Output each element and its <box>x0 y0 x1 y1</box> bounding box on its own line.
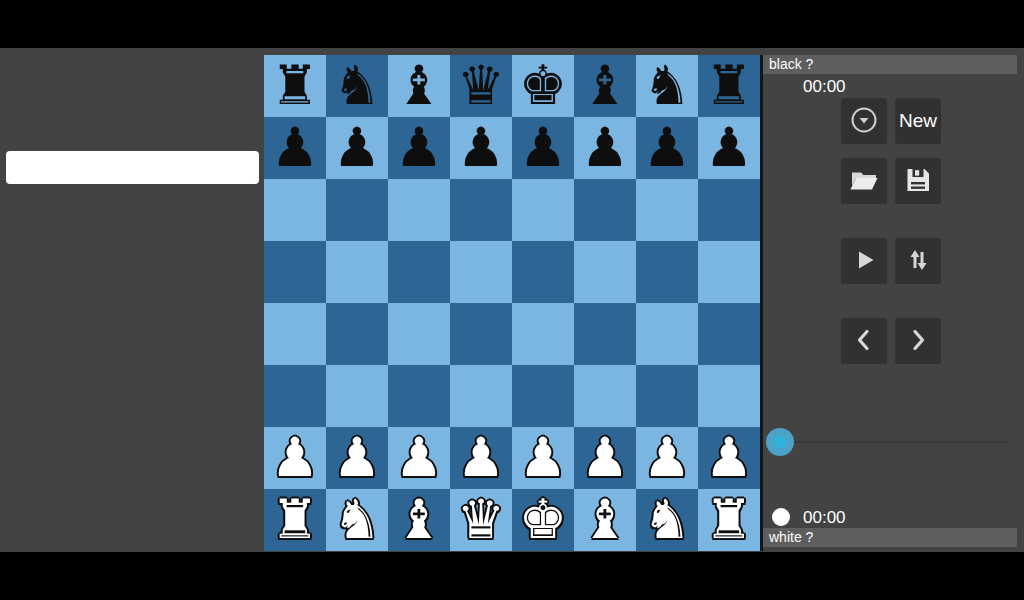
square-d1[interactable]: ♛ <box>450 489 512 551</box>
square-d2[interactable]: ♟ <box>450 427 512 489</box>
slider-thumb[interactable] <box>766 428 794 456</box>
move-list-box[interactable] <box>6 151 259 184</box>
square-c3[interactable] <box>388 365 450 427</box>
piece-black-queen: ♛ <box>457 59 505 113</box>
square-e5[interactable] <box>512 241 574 303</box>
square-b4[interactable] <box>326 303 388 365</box>
piece-black-knight: ♞ <box>333 59 381 113</box>
piece-black-pawn: ♟ <box>581 121 629 175</box>
square-h8[interactable]: ♜ <box>698 55 760 117</box>
square-h5[interactable] <box>698 241 760 303</box>
piece-white-bishop: ♝ <box>395 493 443 547</box>
piece-white-pawn: ♟ <box>581 431 629 485</box>
square-b1[interactable]: ♞ <box>326 489 388 551</box>
new-game-label: New <box>899 110 937 132</box>
square-c2[interactable]: ♟ <box>388 427 450 489</box>
move-slider-track[interactable] <box>781 441 1009 443</box>
square-g1[interactable]: ♞ <box>636 489 698 551</box>
square-a7[interactable]: ♟ <box>264 117 326 179</box>
square-g4[interactable] <box>636 303 698 365</box>
piece-black-pawn: ♟ <box>271 121 319 175</box>
piece-white-knight: ♞ <box>333 493 381 547</box>
circle-chevron-down-icon <box>848 104 880 139</box>
square-f1[interactable]: ♝ <box>574 489 636 551</box>
chevron-right-icon <box>902 324 934 359</box>
square-c8[interactable]: ♝ <box>388 55 450 117</box>
square-g7[interactable]: ♟ <box>636 117 698 179</box>
square-h6[interactable] <box>698 179 760 241</box>
square-h7[interactable]: ♟ <box>698 117 760 179</box>
piece-black-king: ♚ <box>519 59 567 113</box>
square-a1[interactable]: ♜ <box>264 489 326 551</box>
square-a3[interactable] <box>264 365 326 427</box>
piece-black-rook: ♜ <box>271 59 319 113</box>
floppy-disk-icon <box>902 164 934 199</box>
square-g5[interactable] <box>636 241 698 303</box>
white-turn-indicator <box>772 508 790 526</box>
square-f2[interactable]: ♟ <box>574 427 636 489</box>
piece-white-pawn: ♟ <box>271 431 319 485</box>
square-a4[interactable] <box>264 303 326 365</box>
square-d4[interactable] <box>450 303 512 365</box>
piece-black-rook: ♜ <box>705 59 753 113</box>
square-c6[interactable] <box>388 179 450 241</box>
square-b6[interactable] <box>326 179 388 241</box>
piece-black-bishop: ♝ <box>581 59 629 113</box>
forward-move-button[interactable] <box>895 318 941 364</box>
up-down-arrows-icon <box>902 244 934 279</box>
folder-open-icon <box>848 164 880 199</box>
piece-white-pawn: ♟ <box>519 431 567 485</box>
flip-board-button[interactable] <box>895 238 941 284</box>
engine-select-button[interactable] <box>841 98 887 144</box>
white-clock: 00:00 <box>803 508 846 528</box>
square-f5[interactable] <box>574 241 636 303</box>
piece-white-knight: ♞ <box>643 493 691 547</box>
square-d8[interactable]: ♛ <box>450 55 512 117</box>
square-h4[interactable] <box>698 303 760 365</box>
piece-white-pawn: ♟ <box>457 431 505 485</box>
square-g6[interactable] <box>636 179 698 241</box>
square-d6[interactable] <box>450 179 512 241</box>
android-nav-bar <box>0 552 1024 600</box>
square-d3[interactable] <box>450 365 512 427</box>
square-g2[interactable]: ♟ <box>636 427 698 489</box>
piece-white-rook: ♜ <box>271 493 319 547</box>
board-right-divider <box>760 55 763 551</box>
square-a2[interactable]: ♟ <box>264 427 326 489</box>
chess-board: ♜♞♝♛♚♝♞♜♟♟♟♟♟♟♟♟♟♟♟♟♟♟♟♟♜♞♝♛♚♝♞♜ <box>264 55 760 551</box>
square-d5[interactable] <box>450 241 512 303</box>
square-f8[interactable]: ♝ <box>574 55 636 117</box>
square-e1[interactable]: ♚ <box>512 489 574 551</box>
piece-white-pawn: ♟ <box>643 431 691 485</box>
piece-white-pawn: ♟ <box>333 431 381 485</box>
square-a5[interactable] <box>264 241 326 303</box>
square-g8[interactable]: ♞ <box>636 55 698 117</box>
square-c1[interactable]: ♝ <box>388 489 450 551</box>
square-h1[interactable]: ♜ <box>698 489 760 551</box>
square-a8[interactable]: ♜ <box>264 55 326 117</box>
piece-black-pawn: ♟ <box>643 121 691 175</box>
square-e3[interactable] <box>512 365 574 427</box>
piece-black-bishop: ♝ <box>395 59 443 113</box>
square-d7[interactable]: ♟ <box>450 117 512 179</box>
play-button[interactable] <box>841 238 887 284</box>
square-c5[interactable] <box>388 241 450 303</box>
square-e6[interactable] <box>512 179 574 241</box>
piece-black-knight: ♞ <box>643 59 691 113</box>
square-c4[interactable] <box>388 303 450 365</box>
piece-black-pawn: ♟ <box>705 121 753 175</box>
piece-black-pawn: ♟ <box>333 121 381 175</box>
new-game-button[interactable]: New <box>895 98 941 144</box>
square-f7[interactable]: ♟ <box>574 117 636 179</box>
black-clock: 00:00 <box>803 77 846 97</box>
save-file-button[interactable] <box>895 158 941 204</box>
square-b3[interactable] <box>326 365 388 427</box>
main-area: ♜♞♝♛♚♝♞♜♟♟♟♟♟♟♟♟♟♟♟♟♟♟♟♟♜♞♝♛♚♝♞♜ black ?… <box>0 48 1024 552</box>
square-e4[interactable] <box>512 303 574 365</box>
square-f4[interactable] <box>574 303 636 365</box>
piece-white-pawn: ♟ <box>705 431 753 485</box>
square-a6[interactable] <box>264 179 326 241</box>
square-f6[interactable] <box>574 179 636 241</box>
play-icon <box>848 244 880 279</box>
piece-white-pawn: ♟ <box>395 431 443 485</box>
chevron-left-icon <box>848 324 880 359</box>
piece-black-pawn: ♟ <box>519 121 567 175</box>
black-player-bar: black ? <box>763 55 1017 74</box>
square-f3[interactable] <box>574 365 636 427</box>
piece-black-pawn: ♟ <box>457 121 505 175</box>
piece-white-bishop: ♝ <box>581 493 629 547</box>
square-e7[interactable]: ♟ <box>512 117 574 179</box>
white-player-bar: white ? <box>763 528 1017 547</box>
piece-white-king: ♚ <box>519 493 567 547</box>
square-b8[interactable]: ♞ <box>326 55 388 117</box>
square-e2[interactable]: ♟ <box>512 427 574 489</box>
open-file-button[interactable] <box>841 158 887 204</box>
square-c7[interactable]: ♟ <box>388 117 450 179</box>
piece-white-rook: ♜ <box>705 493 753 547</box>
status-bar <box>0 0 1024 48</box>
square-h2[interactable]: ♟ <box>698 427 760 489</box>
square-b5[interactable] <box>326 241 388 303</box>
piece-white-queen: ♛ <box>457 493 505 547</box>
square-e8[interactable]: ♚ <box>512 55 574 117</box>
square-b7[interactable]: ♟ <box>326 117 388 179</box>
back-move-button[interactable] <box>841 318 887 364</box>
piece-black-pawn: ♟ <box>395 121 443 175</box>
square-g3[interactable] <box>636 365 698 427</box>
square-h3[interactable] <box>698 365 760 427</box>
slider-thumb-dot <box>774 436 786 448</box>
square-b2[interactable]: ♟ <box>326 427 388 489</box>
app-screen: ♜♞♝♛♚♝♞♜♟♟♟♟♟♟♟♟♟♟♟♟♟♟♟♟♜♞♝♛♚♝♞♜ black ?… <box>0 0 1024 600</box>
